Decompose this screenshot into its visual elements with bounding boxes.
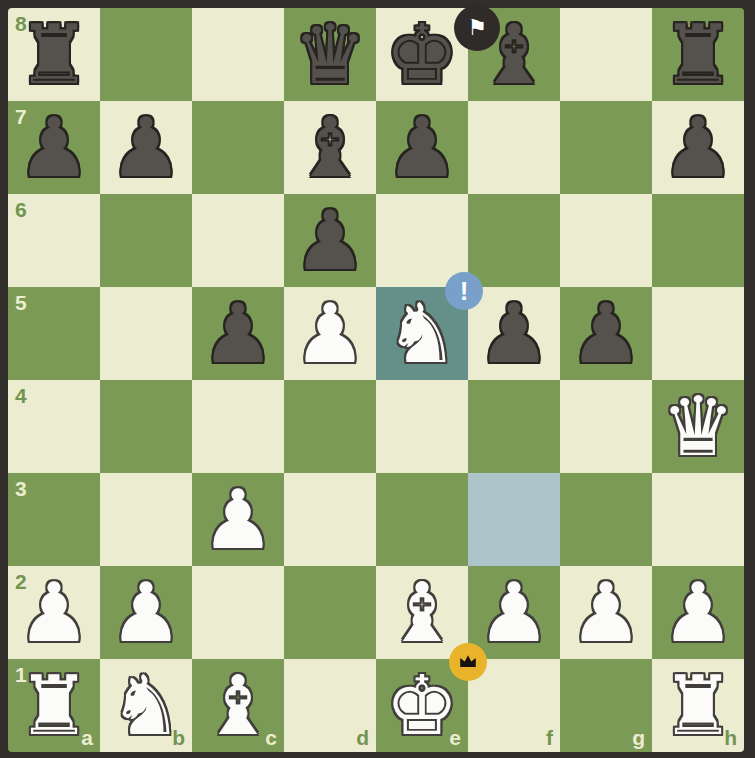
- piece-white-pawn[interactable]: ♟: [192, 473, 284, 566]
- square-a2[interactable]: 2♟: [8, 566, 100, 659]
- piece-black-queen[interactable]: ♛: [284, 8, 376, 101]
- piece-black-bishop[interactable]: ♝: [284, 101, 376, 194]
- square-d3[interactable]: [284, 473, 376, 566]
- piece-white-pawn[interactable]: ♟: [560, 566, 652, 659]
- square-f3[interactable]: [468, 473, 560, 566]
- square-e4[interactable]: [376, 380, 468, 473]
- rank-label-8: 8: [15, 12, 27, 36]
- square-h6[interactable]: [652, 194, 744, 287]
- square-g5[interactable]: ♟: [560, 287, 652, 380]
- square-g3[interactable]: [560, 473, 652, 566]
- square-d4[interactable]: [284, 380, 376, 473]
- square-b6[interactable]: [100, 194, 192, 287]
- rank-label-6: 6: [15, 198, 27, 222]
- board-frame: 8♜♛♚⚑♝♜7♟♟♝♟♟6♟5♟♟♞!♟♟4♛3♟2♟♟♝♟♟♟1a♜b♞c♝…: [0, 0, 755, 758]
- square-c8[interactable]: [192, 8, 284, 101]
- square-a6[interactable]: 6: [8, 194, 100, 287]
- square-d6[interactable]: ♟: [284, 194, 376, 287]
- square-c5[interactable]: ♟: [192, 287, 284, 380]
- square-e5[interactable]: ♞!: [376, 287, 468, 380]
- flag-badge: ⚑: [454, 5, 500, 51]
- exclamation-icon: !: [460, 276, 469, 307]
- square-a3[interactable]: 3: [8, 473, 100, 566]
- square-c6[interactable]: [192, 194, 284, 287]
- piece-black-pawn[interactable]: ♟: [468, 287, 560, 380]
- square-a1[interactable]: 1a♜: [8, 659, 100, 752]
- square-e7[interactable]: ♟: [376, 101, 468, 194]
- square-c1[interactable]: c♝: [192, 659, 284, 752]
- rank-label-5: 5: [15, 291, 27, 315]
- file-label-b: b: [172, 726, 185, 750]
- piece-white-pawn[interactable]: ♟: [468, 566, 560, 659]
- square-b3[interactable]: [100, 473, 192, 566]
- piece-black-pawn[interactable]: ♟: [376, 101, 468, 194]
- piece-black-pawn[interactable]: ♟: [284, 194, 376, 287]
- square-e1[interactable]: e♚: [376, 659, 468, 752]
- square-a8[interactable]: 8♜: [8, 8, 100, 101]
- square-c7[interactable]: [192, 101, 284, 194]
- piece-black-pawn[interactable]: ♟: [192, 287, 284, 380]
- square-g7[interactable]: [560, 101, 652, 194]
- crown-icon: [456, 651, 480, 673]
- square-d8[interactable]: ♛: [284, 8, 376, 101]
- piece-white-bishop[interactable]: ♝: [376, 566, 468, 659]
- piece-black-pawn[interactable]: ♟: [560, 287, 652, 380]
- square-f2[interactable]: ♟: [468, 566, 560, 659]
- square-g2[interactable]: ♟: [560, 566, 652, 659]
- square-h5[interactable]: [652, 287, 744, 380]
- square-c3[interactable]: ♟: [192, 473, 284, 566]
- square-h7[interactable]: ♟: [652, 101, 744, 194]
- square-h3[interactable]: [652, 473, 744, 566]
- square-h8[interactable]: ♜: [652, 8, 744, 101]
- square-e6[interactable]: [376, 194, 468, 287]
- square-f7[interactable]: [468, 101, 560, 194]
- square-e3[interactable]: [376, 473, 468, 566]
- piece-white-queen[interactable]: ♛: [652, 380, 744, 473]
- square-e2[interactable]: ♝: [376, 566, 468, 659]
- piece-black-pawn[interactable]: ♟: [652, 101, 744, 194]
- file-label-h: h: [724, 726, 737, 750]
- square-e8[interactable]: ♚⚑: [376, 8, 468, 101]
- square-b4[interactable]: [100, 380, 192, 473]
- piece-white-pawn[interactable]: ♟: [100, 566, 192, 659]
- square-b7[interactable]: ♟: [100, 101, 192, 194]
- file-label-f: f: [546, 726, 553, 750]
- piece-black-pawn[interactable]: ♟: [100, 101, 192, 194]
- square-h1[interactable]: h♜: [652, 659, 744, 752]
- file-label-a: a: [81, 726, 93, 750]
- square-g6[interactable]: [560, 194, 652, 287]
- square-g8[interactable]: [560, 8, 652, 101]
- great-move-badge: !: [445, 272, 483, 310]
- square-b1[interactable]: b♞: [100, 659, 192, 752]
- square-h2[interactable]: ♟: [652, 566, 744, 659]
- chess-board: 8♜♛♚⚑♝♜7♟♟♝♟♟6♟5♟♟♞!♟♟4♛3♟2♟♟♝♟♟♟1a♜b♞c♝…: [8, 8, 744, 752]
- file-label-g: g: [632, 726, 645, 750]
- file-label-c: c: [265, 726, 277, 750]
- square-c4[interactable]: [192, 380, 284, 473]
- file-label-e: e: [449, 726, 461, 750]
- square-g4[interactable]: [560, 380, 652, 473]
- square-f6[interactable]: [468, 194, 560, 287]
- square-d7[interactable]: ♝: [284, 101, 376, 194]
- piece-black-rook[interactable]: ♜: [652, 8, 744, 101]
- rank-label-3: 3: [15, 477, 27, 501]
- square-g1[interactable]: g: [560, 659, 652, 752]
- file-label-d: d: [356, 726, 369, 750]
- square-b2[interactable]: ♟: [100, 566, 192, 659]
- square-b5[interactable]: [100, 287, 192, 380]
- square-d2[interactable]: [284, 566, 376, 659]
- rank-label-4: 4: [15, 384, 27, 408]
- rank-label-7: 7: [15, 105, 27, 129]
- square-f4[interactable]: [468, 380, 560, 473]
- square-a5[interactable]: 5: [8, 287, 100, 380]
- square-c2[interactable]: [192, 566, 284, 659]
- rank-label-1: 1: [15, 663, 27, 687]
- square-d5[interactable]: ♟: [284, 287, 376, 380]
- square-h4[interactable]: ♛: [652, 380, 744, 473]
- flag-icon: ⚑: [467, 15, 487, 41]
- winner-badge: [449, 643, 487, 681]
- piece-white-pawn[interactable]: ♟: [284, 287, 376, 380]
- square-a4[interactable]: 4: [8, 380, 100, 473]
- square-d1[interactable]: d: [284, 659, 376, 752]
- piece-white-pawn[interactable]: ♟: [652, 566, 744, 659]
- rank-label-2: 2: [15, 570, 27, 594]
- square-a7[interactable]: 7♟: [8, 101, 100, 194]
- square-b8[interactable]: [100, 8, 192, 101]
- square-f5[interactable]: ♟: [468, 287, 560, 380]
